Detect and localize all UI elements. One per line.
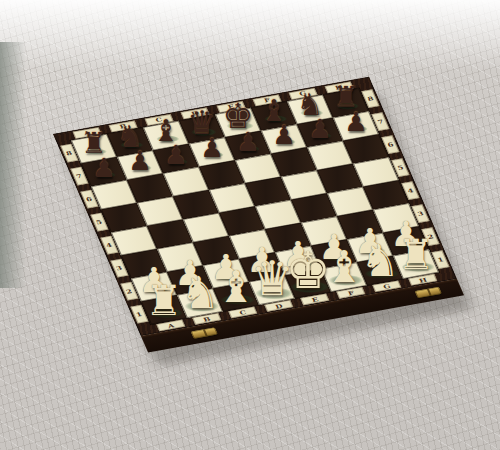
overexposed-wall-highlight <box>0 0 500 70</box>
black-pawn-h7[interactable]: ♟ <box>344 109 368 135</box>
black-pawn-d7[interactable]: ♟ <box>200 136 224 162</box>
white-knight-g1[interactable]: ♞ <box>360 239 399 283</box>
brass-hinge-left <box>191 327 218 338</box>
black-pawn-g7[interactable]: ♟ <box>308 116 332 142</box>
white-rook-h1[interactable]: ♜ <box>397 234 434 276</box>
white-knight-b1[interactable]: ♞ <box>180 271 219 315</box>
white-rook-a1[interactable]: ♜ <box>145 280 182 322</box>
black-pawn-c7[interactable]: ♟ <box>164 142 188 168</box>
black-pawn-a7[interactable]: ♟ <box>92 155 116 181</box>
wall-shadow-strip <box>0 42 26 288</box>
black-pawn-f7[interactable]: ♟ <box>272 123 296 149</box>
white-queen-d1[interactable]: ♛ <box>251 255 294 303</box>
brass-hinge-right <box>415 287 442 298</box>
scene-background: AABBCCDDEEFFGGHH1122334455667788 ♜♞♝♛♚♝♞… <box>0 0 500 450</box>
black-pawn-b7[interactable]: ♟ <box>128 149 152 175</box>
black-pawn-e7[interactable]: ♟ <box>236 129 260 155</box>
white-bishop-c1[interactable]: ♝ <box>216 265 255 309</box>
